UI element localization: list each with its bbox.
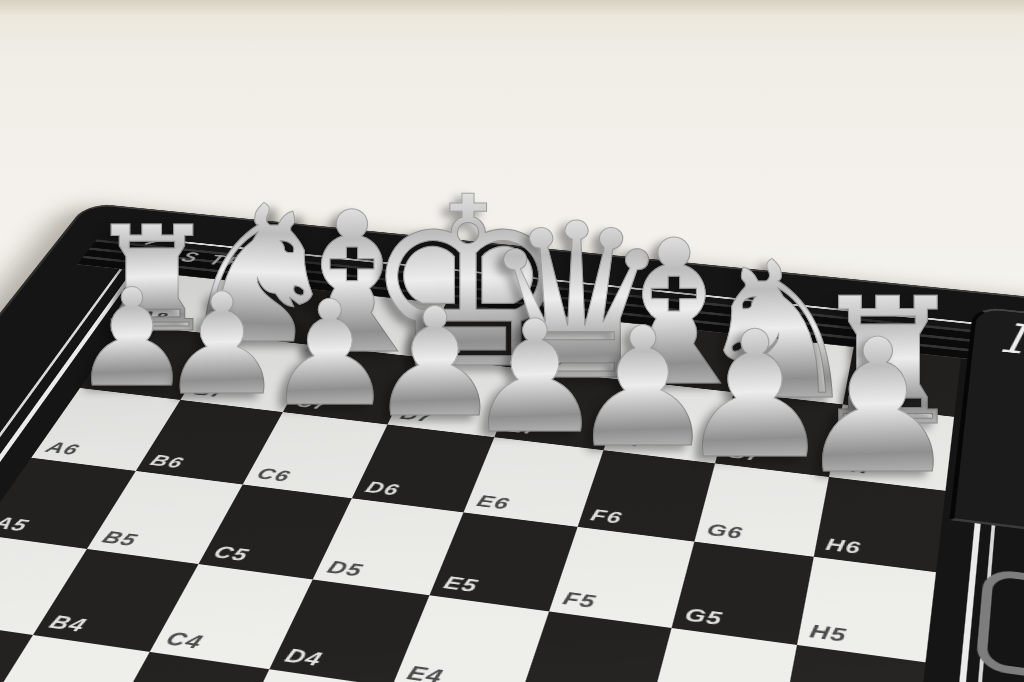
- square-coordinate-label: A6: [42, 438, 84, 459]
- logo-letter-m: M: [998, 313, 1024, 369]
- square-coordinate-label: C6: [253, 464, 294, 486]
- piece-silver-pawn-h7[interactable]: ♟: [795, 315, 961, 500]
- square-coordinate-label: C5: [210, 541, 253, 565]
- square-coordinate-label: D6: [363, 477, 403, 499]
- square-coordinate-label: F4: [529, 678, 570, 682]
- square-coordinate-label: C4: [162, 627, 208, 654]
- square-coordinate-label: E6: [474, 491, 513, 514]
- square-h5[interactable]: H5: [797, 557, 936, 663]
- square-coordinate-label: D5: [324, 556, 367, 581]
- square-coordinate-label: B6: [147, 451, 188, 472]
- square-coordinate-label: E4: [404, 661, 447, 682]
- square-g5[interactable]: G5: [672, 542, 814, 645]
- square-coordinate-label: F6: [588, 505, 625, 528]
- photo-stage: A8B8C8D8E8F8G8H8A7B7C7D7E7F7G7H7A6B6C6D6…: [0, 0, 1024, 682]
- square-coordinate-label: F5: [560, 587, 599, 612]
- square-coordinate-label: E5: [441, 572, 482, 597]
- square-coordinate-label: A5: [0, 512, 33, 535]
- square-coordinate-label: G6: [705, 519, 745, 543]
- square-coordinate-label: B5: [98, 527, 142, 551]
- square-coordinate-label: G5: [683, 603, 725, 629]
- square-coordinate-label: H5: [808, 620, 848, 647]
- square-coordinate-label: B4: [45, 610, 91, 636]
- square-coordinate-label: H6: [824, 534, 862, 558]
- square-coordinate-label: D4: [281, 644, 326, 671]
